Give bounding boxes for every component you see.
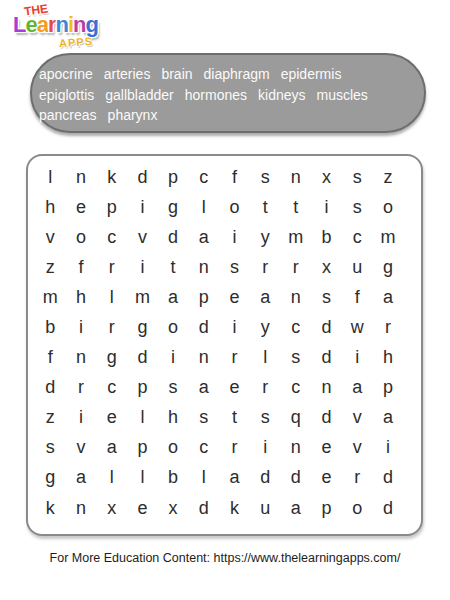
grid-cell[interactable]: o (158, 312, 189, 342)
grid-cell[interactable]: x (158, 493, 189, 523)
grid-cell[interactable]: y (250, 222, 281, 252)
grid-cell[interactable]: v (342, 433, 373, 463)
grid-cell[interactable]: m (373, 222, 404, 252)
grid-cell[interactable]: p (188, 282, 219, 312)
grid-cell[interactable]: t (219, 403, 250, 433)
puzzle-board: lnkdpcfsnxszhepiglottisovocvdaiymbcmzfri… (26, 154, 423, 536)
grid-cell[interactable]: n (66, 343, 97, 373)
grid-cell[interactable]: r (219, 343, 250, 373)
grid-cell[interactable]: a (219, 463, 250, 493)
grid-cell[interactable]: e (311, 433, 342, 463)
worksheet-page: THE Learning APPS apocrinearteriesbraind… (0, 0, 450, 600)
grid-cell[interactable]: d (311, 343, 342, 373)
grid-cell[interactable]: a (373, 403, 404, 433)
grid-cell[interactable]: s (188, 403, 219, 433)
grid-cell[interactable]: l (35, 162, 66, 192)
word-list-item: epidermis (281, 65, 342, 85)
grid-cell[interactable]: v (66, 433, 97, 463)
grid-cell[interactable]: z (35, 403, 66, 433)
grid-cell[interactable]: d (127, 162, 158, 192)
grid-cell[interactable]: r (96, 252, 127, 282)
grid-cell[interactable]: o (158, 433, 189, 463)
grid-cell[interactable]: l (188, 192, 219, 222)
logo-letter: r (48, 12, 56, 37)
grid-cell[interactable]: m (35, 282, 66, 312)
grid-cell[interactable]: n (281, 162, 312, 192)
grid-cell[interactable]: c (96, 373, 127, 403)
grid-cell[interactable]: n (311, 373, 342, 403)
grid-cell[interactable]: i (127, 252, 158, 282)
grid-cell[interactable]: r (96, 312, 127, 342)
grid-cell[interactable]: u (342, 252, 373, 282)
grid-cell[interactable]: i (66, 403, 97, 433)
grid-cell[interactable]: p (311, 493, 342, 523)
grid-cell[interactable]: o (66, 222, 97, 252)
grid-cell[interactable]: n (188, 252, 219, 282)
grid-cell[interactable]: i (66, 312, 97, 342)
grid-cell[interactable]: l (127, 403, 158, 433)
grid-cell[interactable]: v (127, 222, 158, 252)
word-list-box: apocrinearteriesbraindiaphragmepidermise… (30, 53, 426, 133)
grid-cell[interactable]: h (373, 343, 404, 373)
grid-cell[interactable]: k (35, 493, 66, 523)
grid-cell[interactable]: s (250, 162, 281, 192)
grid-cell[interactable]: v (342, 403, 373, 433)
grid-cell[interactable]: g (158, 192, 189, 222)
grid-cell[interactable]: d (188, 493, 219, 523)
grid-cell[interactable]: r (250, 373, 281, 403)
word-list-item: arteries (104, 65, 151, 85)
grid-cell[interactable]: t (281, 192, 312, 222)
grid-cell[interactable]: s (342, 162, 373, 192)
grid-cell[interactable]: c (96, 222, 127, 252)
grid-cell[interactable]: i (311, 192, 342, 222)
logo-letter: n (56, 12, 68, 37)
grid-cell[interactable]: n (188, 343, 219, 373)
word-list-item: gallbladder (105, 86, 174, 106)
grid-cell[interactable]: e (127, 493, 158, 523)
grid-cell[interactable]: p (96, 192, 127, 222)
grid-cell[interactable]: d (373, 493, 404, 523)
grid-cell[interactable]: f (66, 252, 97, 282)
word-list-item: hormones (185, 86, 247, 106)
grid-cell[interactable]: c (342, 222, 373, 252)
grid-cell[interactable]: r (281, 252, 312, 282)
grid-cell[interactable]: l (96, 463, 127, 493)
grid-cell[interactable]: a (188, 373, 219, 403)
letter-grid: lnkdpcfsnxszhepiglottisovocvdaiymbcmzfri… (35, 162, 403, 523)
grid-cell[interactable]: a (373, 282, 404, 312)
grid-cell[interactable]: w (342, 312, 373, 342)
grid-cell[interactable]: h (66, 282, 97, 312)
grid-cell[interactable]: l (250, 343, 281, 373)
word-list-item: pancreas (39, 106, 97, 126)
grid-cell[interactable]: p (158, 162, 189, 192)
grid-cell[interactable]: z (373, 162, 404, 192)
grid-cell[interactable]: s (250, 403, 281, 433)
grid-cell[interactable]: a (250, 282, 281, 312)
grid-cell[interactable]: f (219, 162, 250, 192)
grid-cell[interactable]: l (96, 282, 127, 312)
grid-cell[interactable]: b (35, 312, 66, 342)
grid-cell[interactable]: g (127, 312, 158, 342)
logo-apps-text: APPS (59, 35, 94, 49)
grid-cell[interactable]: i (158, 343, 189, 373)
logo-letter: L (13, 12, 25, 37)
grid-cell[interactable]: r (342, 463, 373, 493)
grid-cell[interactable]: d (188, 312, 219, 342)
grid-cell[interactable]: n (66, 162, 97, 192)
grid-cell[interactable]: r (373, 312, 404, 342)
grid-cell[interactable]: c (281, 312, 312, 342)
word-list-item: pharynx (108, 106, 158, 126)
grid-cell[interactable]: d (311, 403, 342, 433)
footer: For More Education Content: https://www.… (0, 551, 450, 565)
grid-cell[interactable]: v (35, 222, 66, 252)
grid-cell[interactable]: e (311, 463, 342, 493)
grid-cell[interactable]: y (250, 312, 281, 342)
grid-cell[interactable]: c (188, 162, 219, 192)
grid-cell[interactable]: r (219, 433, 250, 463)
grid-cell[interactable]: h (35, 192, 66, 222)
word-list-item: kidneys (258, 86, 305, 106)
grid-cell[interactable]: o (373, 192, 404, 222)
grid-cell[interactable]: f (342, 282, 373, 312)
grid-cell[interactable]: a (188, 222, 219, 252)
grid-cell[interactable]: s (35, 433, 66, 463)
grid-cell[interactable]: a (96, 433, 127, 463)
word-list: apocrinearteriesbraindiaphragmepidermise… (39, 65, 400, 126)
grid-cell[interactable]: t (158, 252, 189, 282)
logo-letter: a (37, 12, 48, 37)
grid-cell[interactable]: s (311, 282, 342, 312)
grid-cell[interactable]: o (342, 493, 373, 523)
grid-cell[interactable]: o (219, 192, 250, 222)
logo-letter: g (86, 12, 98, 37)
grid-cell[interactable]: d (127, 343, 158, 373)
grid-cell[interactable]: r (250, 252, 281, 282)
grid-cell[interactable]: x (311, 162, 342, 192)
grid-cell[interactable]: h (158, 403, 189, 433)
grid-cell[interactable]: n (281, 433, 312, 463)
grid-cell[interactable]: b (311, 222, 342, 252)
grid-cell[interactable]: e (66, 192, 97, 222)
grid-cell[interactable]: c (281, 373, 312, 403)
grid-cell[interactable]: k (96, 162, 127, 192)
grid-cell[interactable]: a (66, 463, 97, 493)
grid-cell[interactable]: r (66, 373, 97, 403)
word-list-item: epiglottis (39, 86, 94, 106)
grid-cell[interactable]: a (342, 373, 373, 403)
grid-cell[interactable]: e (219, 282, 250, 312)
grid-cell[interactable]: a (158, 282, 189, 312)
grid-cell[interactable]: d (311, 312, 342, 342)
grid-cell[interactable]: q (281, 403, 312, 433)
logo-learning-text: Learning (13, 12, 98, 38)
grid-cell[interactable]: d (281, 463, 312, 493)
grid-cell[interactable]: d (373, 463, 404, 493)
grid-cell[interactable]: n (66, 493, 97, 523)
grid-cell[interactable]: i (219, 222, 250, 252)
grid-cell[interactable]: m (281, 222, 312, 252)
grid-cell[interactable]: e (96, 403, 127, 433)
word-list-item: apocrine (39, 65, 93, 85)
grid-cell[interactable]: f (35, 343, 66, 373)
grid-cell[interactable]: c (188, 433, 219, 463)
logo-letter: e (25, 12, 36, 37)
grid-cell[interactable]: p (127, 433, 158, 463)
grid-cell[interactable]: m (127, 282, 158, 312)
grid-cell[interactable]: i (250, 433, 281, 463)
grid-cell[interactable]: p (373, 373, 404, 403)
grid-cell[interactable]: l (188, 463, 219, 493)
word-list-item: brain (161, 65, 192, 85)
grid-cell[interactable]: g (96, 343, 127, 373)
grid-cell[interactable]: k (219, 493, 250, 523)
grid-cell[interactable]: u (250, 493, 281, 523)
grid-cell[interactable]: n (281, 282, 312, 312)
grid-cell[interactable]: d (35, 373, 66, 403)
word-list-item: muscles (317, 86, 368, 106)
grid-cell[interactable]: i (127, 192, 158, 222)
footer-url[interactable]: https://www.thelearningapps.com/ (214, 551, 401, 565)
grid-cell[interactable]: g (373, 252, 404, 282)
grid-cell[interactable]: i (219, 312, 250, 342)
grid-cell[interactable]: b (158, 463, 189, 493)
grid-cell[interactable]: d (250, 463, 281, 493)
grid-cell[interactable]: s (281, 343, 312, 373)
grid-cell[interactable]: l (127, 463, 158, 493)
grid-cell[interactable]: x (96, 493, 127, 523)
grid-cell[interactable]: x (311, 252, 342, 282)
grid-cell[interactable]: s (219, 252, 250, 282)
grid-cell[interactable]: i (342, 343, 373, 373)
logo: THE Learning APPS (13, 2, 117, 52)
grid-cell[interactable]: t (250, 192, 281, 222)
grid-cell[interactable]: z (35, 252, 66, 282)
grid-cell[interactable]: g (35, 463, 66, 493)
grid-cell[interactable]: s (158, 373, 189, 403)
grid-cell[interactable]: a (281, 493, 312, 523)
word-list-item: diaphragm (204, 65, 270, 85)
grid-cell[interactable]: p (127, 373, 158, 403)
grid-cell[interactable]: e (219, 373, 250, 403)
grid-cell[interactable]: i (373, 433, 404, 463)
grid-cell[interactable]: d (158, 222, 189, 252)
logo-letter: n (73, 12, 85, 37)
footer-label: For More Education Content: (50, 551, 211, 565)
grid-cell[interactable]: s (342, 192, 373, 222)
